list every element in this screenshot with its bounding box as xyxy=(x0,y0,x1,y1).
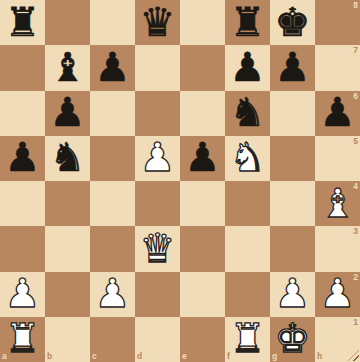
square-c7[interactable]: ♟ xyxy=(90,45,135,90)
square-c6[interactable] xyxy=(90,91,135,136)
black-pawn[interactable]: ♟ xyxy=(185,137,221,177)
square-g2[interactable]: ♟ xyxy=(270,272,315,317)
square-d2[interactable] xyxy=(135,272,180,317)
square-f6[interactable]: ♞ xyxy=(225,91,270,136)
square-f5[interactable]: ♞ xyxy=(225,136,270,181)
rank-label: 1 xyxy=(353,318,358,327)
white-pawn[interactable]: ♟ xyxy=(95,273,131,313)
file-label: h xyxy=(317,352,322,361)
square-d1[interactable]: d xyxy=(135,317,180,362)
square-f1[interactable]: f♜ xyxy=(225,317,270,362)
square-a7[interactable] xyxy=(0,45,45,90)
square-b7[interactable]: ♝ xyxy=(45,45,90,90)
black-rook[interactable]: ♜ xyxy=(230,2,266,42)
white-bishop[interactable]: ♝ xyxy=(320,183,356,223)
black-pawn[interactable]: ♟ xyxy=(50,92,86,132)
white-pawn[interactable]: ♟ xyxy=(275,273,311,313)
square-a1[interactable]: a♜ xyxy=(0,317,45,362)
square-b6[interactable]: ♟ xyxy=(45,91,90,136)
black-bishop[interactable]: ♝ xyxy=(50,47,86,87)
square-a8[interactable]: ♜ xyxy=(0,0,45,45)
square-b5[interactable]: ♞ xyxy=(45,136,90,181)
black-pawn[interactable]: ♟ xyxy=(230,47,266,87)
square-e4[interactable] xyxy=(180,181,225,226)
white-pawn[interactable]: ♟ xyxy=(320,273,356,313)
square-h8[interactable]: 8 xyxy=(315,0,360,45)
black-king[interactable]: ♚ xyxy=(275,2,311,42)
square-b2[interactable] xyxy=(45,272,90,317)
square-h5[interactable]: 5 xyxy=(315,136,360,181)
square-f3[interactable] xyxy=(225,226,270,271)
black-pawn[interactable]: ♟ xyxy=(275,47,311,87)
square-a2[interactable]: ♟ xyxy=(0,272,45,317)
square-d5[interactable]: ♟ xyxy=(135,136,180,181)
white-pawn[interactable]: ♟ xyxy=(5,273,41,313)
square-g1[interactable]: g♚ xyxy=(270,317,315,362)
square-g5[interactable] xyxy=(270,136,315,181)
square-f8[interactable]: ♜ xyxy=(225,0,270,45)
square-c8[interactable] xyxy=(90,0,135,45)
square-h1[interactable]: 1h xyxy=(315,317,360,362)
square-c4[interactable] xyxy=(90,181,135,226)
square-c3[interactable] xyxy=(90,226,135,271)
square-a6[interactable] xyxy=(0,91,45,136)
square-e1[interactable]: e xyxy=(180,317,225,362)
black-pawn[interactable]: ♟ xyxy=(5,137,41,177)
square-d3[interactable]: ♛ xyxy=(135,226,180,271)
black-knight[interactable]: ♞ xyxy=(50,137,86,177)
square-h2[interactable]: 2♟ xyxy=(315,272,360,317)
square-g6[interactable] xyxy=(270,91,315,136)
square-e8[interactable] xyxy=(180,0,225,45)
rank-label: 3 xyxy=(353,227,358,236)
white-queen[interactable]: ♛ xyxy=(140,228,176,268)
file-label: d xyxy=(137,352,142,361)
square-g8[interactable]: ♚ xyxy=(270,0,315,45)
black-queen[interactable]: ♛ xyxy=(140,2,176,42)
square-e5[interactable]: ♟ xyxy=(180,136,225,181)
square-e2[interactable] xyxy=(180,272,225,317)
square-d7[interactable] xyxy=(135,45,180,90)
white-king[interactable]: ♚ xyxy=(275,318,311,358)
file-label: b xyxy=(47,352,52,361)
rank-label: 8 xyxy=(353,1,358,10)
square-d6[interactable] xyxy=(135,91,180,136)
chess-board: ♜♛♜♚8♝♟♟♟7♟♞6♟♟♞♟♟♞54♝♛3♟♟♟2♟a♜bcdef♜g♚1… xyxy=(0,0,360,362)
square-g7[interactable]: ♟ xyxy=(270,45,315,90)
black-pawn[interactable]: ♟ xyxy=(320,92,356,132)
white-knight[interactable]: ♞ xyxy=(230,137,266,177)
square-a5[interactable]: ♟ xyxy=(0,136,45,181)
white-pawn[interactable]: ♟ xyxy=(140,137,176,177)
square-d4[interactable] xyxy=(135,181,180,226)
square-f7[interactable]: ♟ xyxy=(225,45,270,90)
white-rook[interactable]: ♜ xyxy=(230,318,266,358)
rank-label: 5 xyxy=(353,137,358,146)
square-d8[interactable]: ♛ xyxy=(135,0,180,45)
file-label: e xyxy=(182,352,187,361)
black-pawn[interactable]: ♟ xyxy=(95,47,131,87)
square-b4[interactable] xyxy=(45,181,90,226)
square-c2[interactable]: ♟ xyxy=(90,272,135,317)
square-a4[interactable] xyxy=(0,181,45,226)
square-g4[interactable] xyxy=(270,181,315,226)
square-f2[interactable] xyxy=(225,272,270,317)
black-rook[interactable]: ♜ xyxy=(5,2,41,42)
square-e6[interactable] xyxy=(180,91,225,136)
square-c1[interactable]: c xyxy=(90,317,135,362)
square-b3[interactable] xyxy=(45,226,90,271)
square-g3[interactable] xyxy=(270,226,315,271)
square-b8[interactable] xyxy=(45,0,90,45)
square-e7[interactable] xyxy=(180,45,225,90)
file-label: c xyxy=(92,352,97,361)
rank-label: 7 xyxy=(353,46,358,55)
square-h6[interactable]: 6♟ xyxy=(315,91,360,136)
white-rook[interactable]: ♜ xyxy=(5,318,41,358)
square-h4[interactable]: 4♝ xyxy=(315,181,360,226)
square-h7[interactable]: 7 xyxy=(315,45,360,90)
square-h3[interactable]: 3 xyxy=(315,226,360,271)
square-f4[interactable] xyxy=(225,181,270,226)
black-knight[interactable]: ♞ xyxy=(230,92,266,132)
square-e3[interactable] xyxy=(180,226,225,271)
square-b1[interactable]: b xyxy=(45,317,90,362)
square-a3[interactable] xyxy=(0,226,45,271)
square-c5[interactable] xyxy=(90,136,135,181)
